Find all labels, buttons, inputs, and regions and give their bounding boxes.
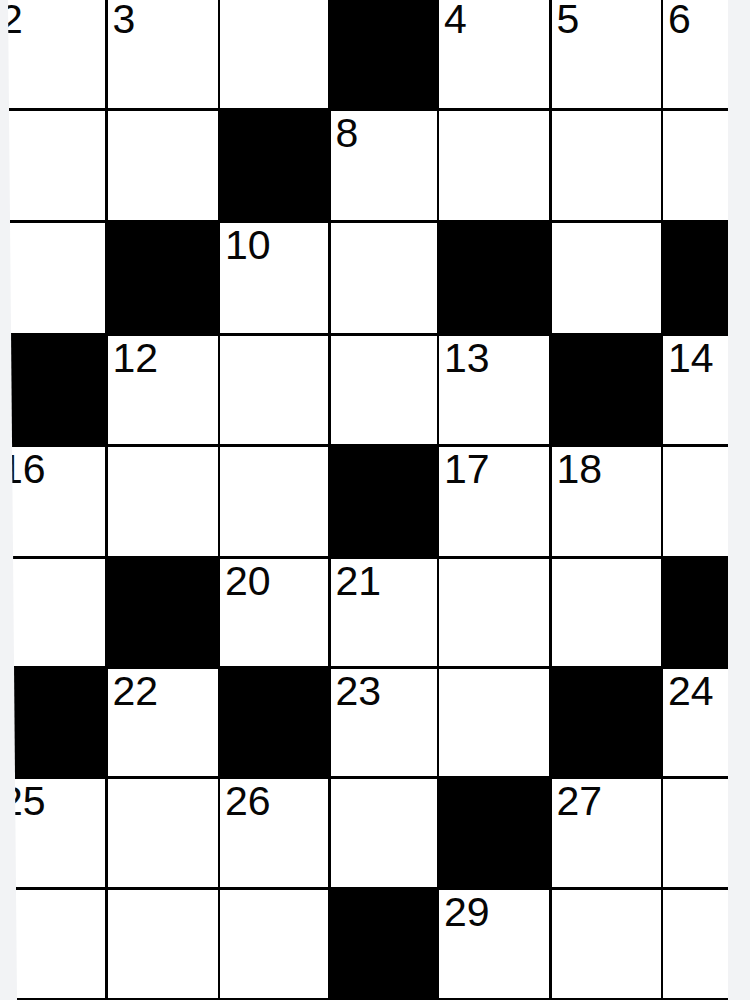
- cell-r2c5[interactable]: [439, 111, 549, 221]
- black-cell-r7c1: [0, 669, 105, 777]
- cell-r8c6[interactable]: 27: [552, 779, 661, 888]
- cell-r4c4[interactable]: [331, 336, 437, 445]
- cell-r1c2[interactable]: 3: [108, 0, 218, 108]
- clue-number: 8: [336, 113, 359, 154]
- clue-number: 27: [557, 781, 603, 822]
- black-cell-r3c2: [108, 223, 218, 334]
- cell-r7c5[interactable]: [439, 669, 549, 777]
- cell-r3c3[interactable]: 10: [220, 223, 328, 334]
- cell-r9c2[interactable]: [108, 890, 218, 999]
- black-cell-r9c4: [331, 890, 437, 999]
- clue-number: 29: [444, 892, 490, 933]
- clue-number: 23: [336, 671, 382, 712]
- cell-r7c2[interactable]: 22: [108, 669, 218, 777]
- clue-number: 18: [557, 449, 603, 490]
- clue-number: 6: [668, 0, 691, 40]
- cell-r6c5[interactable]: [439, 559, 549, 667]
- clue-number: 10: [225, 225, 271, 266]
- cell-r3c6[interactable]: [552, 223, 661, 334]
- photo-right-margin: [728, 0, 750, 1000]
- cell-r3c4[interactable]: [331, 223, 437, 334]
- cell-r4c5[interactable]: 13: [439, 336, 549, 445]
- cell-r7c4[interactable]: 23: [331, 669, 437, 777]
- cell-r9c6[interactable]: [552, 890, 661, 999]
- cell-r2c2[interactable]: [108, 111, 218, 221]
- cell-r1c5[interactable]: 4: [439, 0, 549, 108]
- cell-r1c6[interactable]: 5: [552, 0, 661, 108]
- clue-number: 22: [113, 671, 159, 712]
- cell-r6c6[interactable]: [552, 559, 661, 667]
- cell-r5c1[interactable]: 16: [0, 447, 105, 557]
- cell-r8c3[interactable]: 26: [220, 779, 328, 888]
- clue-number: 3: [113, 0, 136, 40]
- clue-number: 17: [444, 449, 490, 490]
- cell-r5c6[interactable]: 18: [552, 447, 661, 557]
- black-cell-r5c4: [331, 447, 437, 557]
- black-cell-r7c3: [220, 669, 328, 777]
- clue-number: 20: [225, 561, 271, 602]
- clue-number: 5: [557, 0, 580, 40]
- black-cell-r8c5: [439, 779, 549, 888]
- crossword-photo: 23456810121314161718202122232425262729: [0, 0, 750, 1000]
- black-cell-r1c4: [331, 0, 437, 108]
- cell-r9c3[interactable]: [220, 890, 328, 999]
- cell-r6c4[interactable]: 21: [331, 559, 437, 667]
- cell-r1c1[interactable]: 2: [0, 0, 105, 108]
- black-cell-r2c3: [220, 111, 328, 221]
- cell-r2c4[interactable]: 8: [331, 111, 437, 221]
- clue-number: 26: [225, 781, 271, 822]
- cell-r5c3[interactable]: [220, 447, 328, 557]
- black-cell-r4c6: [552, 336, 661, 445]
- cell-r8c2[interactable]: [108, 779, 218, 888]
- clue-number: 13: [444, 338, 490, 379]
- cell-r5c2[interactable]: [108, 447, 218, 557]
- black-cell-r7c6: [552, 669, 661, 777]
- cell-r1c3[interactable]: [220, 0, 328, 108]
- clue-number: 4: [444, 0, 467, 40]
- cell-r4c3[interactable]: [220, 336, 328, 445]
- clue-number: 14: [668, 338, 714, 379]
- black-cell-r6c2: [108, 559, 218, 667]
- cell-r8c4[interactable]: [331, 779, 437, 888]
- cell-r3c1[interactable]: [0, 223, 105, 334]
- crossword-grid: 23456810121314161718202122232425262729: [0, 0, 750, 1000]
- clue-number: 24: [668, 671, 714, 712]
- clue-number: 21: [336, 561, 382, 602]
- cell-r5c5[interactable]: 17: [439, 447, 549, 557]
- cell-r2c6[interactable]: [552, 111, 661, 221]
- black-cell-r3c5: [439, 223, 549, 334]
- clue-number: 12: [113, 338, 159, 379]
- cell-r2c1[interactable]: [0, 111, 105, 221]
- cell-r6c1[interactable]: [0, 559, 105, 667]
- cell-r4c2[interactable]: 12: [108, 336, 218, 445]
- black-cell-r4c1: [0, 336, 105, 445]
- cell-r6c3[interactable]: 20: [220, 559, 328, 667]
- cell-r9c5[interactable]: 29: [439, 890, 549, 999]
